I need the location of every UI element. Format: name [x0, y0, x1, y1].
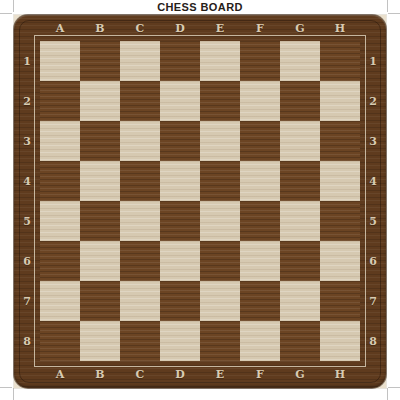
file-label-bottom-h: H [320, 361, 360, 388]
square-e1[interactable] [200, 41, 240, 81]
file-label-bottom-f: F [240, 361, 280, 388]
rank-label-right-2: 2 [360, 81, 386, 121]
chess-board: ABCDEFGH ABCDEFGH 12345678 12345678 [14, 15, 386, 388]
crop-mark-bottom-left-h [0, 387, 12, 388]
square-b7[interactable] [80, 281, 120, 321]
square-h7[interactable] [320, 281, 360, 321]
square-g1[interactable] [280, 41, 320, 81]
square-d8[interactable] [160, 321, 200, 361]
rank-labels-left: 12345678 [14, 41, 40, 361]
square-c5[interactable] [120, 201, 160, 241]
rank-label-left-4: 4 [14, 161, 40, 201]
square-c4[interactable] [120, 161, 160, 201]
square-c7[interactable] [120, 281, 160, 321]
square-f2[interactable] [240, 81, 280, 121]
square-a7[interactable] [40, 281, 80, 321]
rank-label-left-3: 3 [14, 121, 40, 161]
square-e7[interactable] [200, 281, 240, 321]
file-label-top-b: B [80, 15, 120, 41]
square-b3[interactable] [80, 121, 120, 161]
rank-labels-right: 12345678 [360, 41, 386, 361]
square-e8[interactable] [200, 321, 240, 361]
square-e5[interactable] [200, 201, 240, 241]
square-a8[interactable] [40, 321, 80, 361]
rank-label-right-7: 7 [360, 281, 386, 321]
square-h6[interactable] [320, 241, 360, 281]
crop-mark-bottom-left-v [13, 388, 14, 400]
file-label-top-d: D [160, 15, 200, 41]
square-h4[interactable] [320, 161, 360, 201]
square-d5[interactable] [160, 201, 200, 241]
file-labels-bottom: ABCDEFGH [40, 361, 360, 388]
crop-mark-bottom-right-h [388, 387, 400, 388]
square-d1[interactable] [160, 41, 200, 81]
rank-label-right-5: 5 [360, 201, 386, 241]
rank-label-right-6: 6 [360, 241, 386, 281]
rank-label-left-1: 1 [14, 41, 40, 81]
square-d6[interactable] [160, 241, 200, 281]
crop-mark-top-left-h [0, 13, 12, 14]
square-e6[interactable] [200, 241, 240, 281]
file-label-top-h: H [320, 15, 360, 41]
file-label-top-a: A [40, 15, 80, 41]
square-a1[interactable] [40, 41, 80, 81]
square-d2[interactable] [160, 81, 200, 121]
square-e3[interactable] [200, 121, 240, 161]
rank-label-right-8: 8 [360, 321, 386, 361]
square-d7[interactable] [160, 281, 200, 321]
square-b4[interactable] [80, 161, 120, 201]
chess-board-diagram: CHESS BOARD ABCDEFGH ABCDEFGH 12345678 1… [0, 0, 400, 400]
square-g5[interactable] [280, 201, 320, 241]
square-g7[interactable] [280, 281, 320, 321]
file-label-top-g: G [280, 15, 320, 41]
file-label-top-c: C [120, 15, 160, 41]
square-g6[interactable] [280, 241, 320, 281]
file-label-bottom-d: D [160, 361, 200, 388]
square-d3[interactable] [160, 121, 200, 161]
rank-label-left-6: 6 [14, 241, 40, 281]
square-c1[interactable] [120, 41, 160, 81]
square-h2[interactable] [320, 81, 360, 121]
file-label-bottom-g: G [280, 361, 320, 388]
square-b2[interactable] [80, 81, 120, 121]
square-a2[interactable] [40, 81, 80, 121]
square-h8[interactable] [320, 321, 360, 361]
file-label-top-f: F [240, 15, 280, 41]
square-a3[interactable] [40, 121, 80, 161]
rank-label-left-5: 5 [14, 201, 40, 241]
square-d4[interactable] [160, 161, 200, 201]
file-label-bottom-a: A [40, 361, 80, 388]
square-b6[interactable] [80, 241, 120, 281]
square-e4[interactable] [200, 161, 240, 201]
square-c2[interactable] [120, 81, 160, 121]
rank-label-left-8: 8 [14, 321, 40, 361]
file-label-bottom-b: B [80, 361, 120, 388]
square-f5[interactable] [240, 201, 280, 241]
crop-mark-top-right-v [387, 0, 388, 12]
rank-label-left-2: 2 [14, 81, 40, 121]
square-a5[interactable] [40, 201, 80, 241]
rank-label-right-1: 1 [360, 41, 386, 81]
square-c8[interactable] [120, 321, 160, 361]
file-labels-top: ABCDEFGH [40, 15, 360, 41]
file-label-top-e: E [200, 15, 240, 41]
square-f1[interactable] [240, 41, 280, 81]
square-b1[interactable] [80, 41, 120, 81]
crop-mark-bottom-right-v [387, 388, 388, 400]
square-h1[interactable] [320, 41, 360, 81]
page-title: CHESS BOARD [0, 1, 400, 13]
square-b8[interactable] [80, 321, 120, 361]
crop-mark-top-right-h [388, 13, 400, 14]
square-a4[interactable] [40, 161, 80, 201]
square-g3[interactable] [280, 121, 320, 161]
square-a6[interactable] [40, 241, 80, 281]
rank-label-left-7: 7 [14, 281, 40, 321]
square-g2[interactable] [280, 81, 320, 121]
square-b5[interactable] [80, 201, 120, 241]
rank-label-right-4: 4 [360, 161, 386, 201]
square-f4[interactable] [240, 161, 280, 201]
square-h5[interactable] [320, 201, 360, 241]
square-e2[interactable] [200, 81, 240, 121]
rank-label-right-3: 3 [360, 121, 386, 161]
file-label-bottom-c: C [120, 361, 160, 388]
square-f7[interactable] [240, 281, 280, 321]
square-c3[interactable] [120, 121, 160, 161]
square-f6[interactable] [240, 241, 280, 281]
square-c6[interactable] [120, 241, 160, 281]
squares-grid [40, 41, 360, 361]
square-g8[interactable] [280, 321, 320, 361]
square-f8[interactable] [240, 321, 280, 361]
square-f3[interactable] [240, 121, 280, 161]
square-h3[interactable] [320, 121, 360, 161]
crop-mark-top-left-v [13, 0, 14, 12]
square-g4[interactable] [280, 161, 320, 201]
file-label-bottom-e: E [200, 361, 240, 388]
